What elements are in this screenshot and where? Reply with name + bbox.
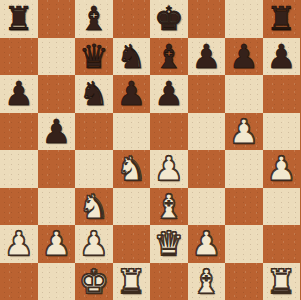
square-g5[interactable]: ♟ [225, 113, 263, 151]
square-e3[interactable]: ♝ [150, 188, 188, 226]
square-g3[interactable] [225, 188, 263, 226]
square-d4[interactable]: ♞ [113, 150, 151, 188]
square-b2[interactable]: ♟ [38, 225, 76, 263]
piece-black-pawn[interactable]: ♟ [41, 113, 71, 150]
piece-black-pawn[interactable]: ♟ [266, 38, 296, 75]
square-d7[interactable]: ♞ [113, 38, 151, 76]
square-e8[interactable]: ♚ [150, 0, 188, 38]
square-a8[interactable]: ♜ [0, 0, 38, 38]
chess-board: ♜♝♚♜♛♞♝♟♟♟♟♞♟♟♟♟♞♟♟♞♝♟♟♟♛♟♚♜♝♜ [0, 0, 300, 300]
square-f8[interactable] [188, 0, 226, 38]
square-d5[interactable] [113, 113, 151, 151]
square-e2[interactable]: ♛ [150, 225, 188, 263]
square-c7[interactable]: ♛ [75, 38, 113, 76]
piece-white-pawn[interactable]: ♟ [41, 225, 71, 262]
square-h2[interactable] [263, 225, 301, 263]
square-h4[interactable]: ♟ [263, 150, 301, 188]
square-g1[interactable] [225, 263, 263, 300]
square-a1[interactable] [0, 263, 38, 300]
square-b8[interactable] [38, 0, 76, 38]
piece-white-queen[interactable]: ♛ [154, 225, 184, 262]
piece-white-pawn[interactable]: ♟ [266, 150, 296, 187]
square-a7[interactable] [0, 38, 38, 76]
square-b5[interactable]: ♟ [38, 113, 76, 151]
piece-white-knight[interactable]: ♞ [116, 150, 146, 187]
square-h7[interactable]: ♟ [263, 38, 301, 76]
square-f5[interactable] [188, 113, 226, 151]
piece-white-pawn[interactable]: ♟ [4, 225, 34, 262]
square-e7[interactable]: ♝ [150, 38, 188, 76]
square-a6[interactable]: ♟ [0, 75, 38, 113]
square-f2[interactable]: ♟ [188, 225, 226, 263]
piece-black-king[interactable]: ♚ [154, 0, 184, 37]
square-b1[interactable] [38, 263, 76, 300]
square-e5[interactable] [150, 113, 188, 151]
square-b4[interactable] [38, 150, 76, 188]
piece-white-bishop[interactable]: ♝ [191, 263, 221, 300]
piece-black-bishop[interactable]: ♝ [154, 38, 184, 75]
square-e4[interactable]: ♟ [150, 150, 188, 188]
square-g6[interactable] [225, 75, 263, 113]
piece-black-queen[interactable]: ♛ [79, 38, 109, 75]
square-f6[interactable] [188, 75, 226, 113]
piece-black-rook[interactable]: ♜ [4, 0, 34, 37]
square-a4[interactable] [0, 150, 38, 188]
square-c4[interactable] [75, 150, 113, 188]
square-d8[interactable] [113, 0, 151, 38]
square-f3[interactable] [188, 188, 226, 226]
piece-black-knight[interactable]: ♞ [79, 75, 109, 112]
piece-black-rook[interactable]: ♜ [266, 0, 296, 37]
square-c2[interactable]: ♟ [75, 225, 113, 263]
square-c5[interactable] [75, 113, 113, 151]
square-a5[interactable] [0, 113, 38, 151]
piece-white-pawn[interactable]: ♟ [229, 113, 259, 150]
square-e1[interactable] [150, 263, 188, 300]
square-g8[interactable] [225, 0, 263, 38]
piece-white-king[interactable]: ♚ [79, 263, 109, 300]
square-c1[interactable]: ♚ [75, 263, 113, 300]
square-f1[interactable]: ♝ [188, 263, 226, 300]
square-f4[interactable] [188, 150, 226, 188]
square-g2[interactable] [225, 225, 263, 263]
square-d1[interactable]: ♜ [113, 263, 151, 300]
square-b6[interactable] [38, 75, 76, 113]
piece-black-bishop[interactable]: ♝ [79, 0, 109, 37]
square-h5[interactable] [263, 113, 301, 151]
square-d6[interactable]: ♟ [113, 75, 151, 113]
square-d3[interactable] [113, 188, 151, 226]
piece-white-bishop[interactable]: ♝ [154, 188, 184, 225]
square-f7[interactable]: ♟ [188, 38, 226, 76]
square-a3[interactable] [0, 188, 38, 226]
square-c8[interactable]: ♝ [75, 0, 113, 38]
square-h8[interactable]: ♜ [263, 0, 301, 38]
piece-white-pawn[interactable]: ♟ [79, 225, 109, 262]
square-g7[interactable]: ♟ [225, 38, 263, 76]
piece-white-rook[interactable]: ♜ [266, 263, 296, 300]
square-h6[interactable] [263, 75, 301, 113]
square-a2[interactable]: ♟ [0, 225, 38, 263]
square-c6[interactable]: ♞ [75, 75, 113, 113]
piece-black-pawn[interactable]: ♟ [116, 75, 146, 112]
piece-white-pawn[interactable]: ♟ [191, 225, 221, 262]
piece-white-rook[interactable]: ♜ [116, 263, 146, 300]
piece-black-pawn[interactable]: ♟ [4, 75, 34, 112]
square-h1[interactable]: ♜ [263, 263, 301, 300]
square-c3[interactable]: ♞ [75, 188, 113, 226]
piece-black-pawn[interactable]: ♟ [191, 38, 221, 75]
piece-black-pawn[interactable]: ♟ [229, 38, 259, 75]
square-b7[interactable] [38, 38, 76, 76]
square-h3[interactable] [263, 188, 301, 226]
square-g4[interactable] [225, 150, 263, 188]
piece-white-pawn[interactable]: ♟ [154, 150, 184, 187]
square-b3[interactable] [38, 188, 76, 226]
square-d2[interactable] [113, 225, 151, 263]
piece-white-knight[interactable]: ♞ [79, 188, 109, 225]
piece-black-pawn[interactable]: ♟ [154, 75, 184, 112]
square-e6[interactable]: ♟ [150, 75, 188, 113]
piece-black-knight[interactable]: ♞ [116, 38, 146, 75]
